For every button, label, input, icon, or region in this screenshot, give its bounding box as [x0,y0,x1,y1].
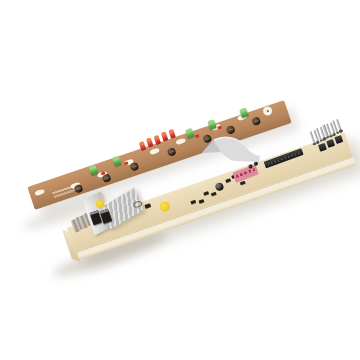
red-dot [217,126,221,129]
red-dot [101,171,105,174]
red-dot [124,161,128,164]
product-photo [0,0,360,360]
power-board [66,132,355,260]
red-dot [195,134,199,137]
